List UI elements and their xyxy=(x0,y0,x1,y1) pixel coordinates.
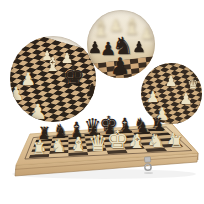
main-board xyxy=(0,0,204,204)
product-photo-chess-set: ♟♝♟♟♟♟♚♟ ♝♟♝♟♟♟♞♟♟ ♟♛♟♟♟ ♜♞♝♛♚♝♞♜♟♟♟♟♟♟♟… xyxy=(0,0,204,204)
